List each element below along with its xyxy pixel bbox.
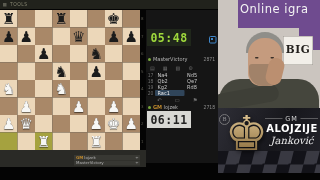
move-row: 20Rac1 — [146, 90, 218, 96]
square-d3[interactable] — [53, 98, 71, 116]
square-c5[interactable] — [35, 63, 53, 81]
black-piece-f5: ♟ — [88, 63, 106, 81]
square-d6[interactable] — [53, 45, 71, 63]
square-f5[interactable]: ♟ — [88, 63, 106, 81]
white-piece-d4: ♞ — [53, 80, 71, 98]
below-board-panel: GMlojzek+MasterVictory+ — [0, 150, 146, 167]
row-action-icon[interactable]: + — [135, 155, 138, 160]
analysis-board-icon[interactable] — [209, 36, 217, 44]
stream-title: Online igra — [240, 2, 320, 15]
square-e8[interactable] — [70, 10, 88, 28]
king-piece-icon: ♚ — [225, 108, 268, 160]
white-piece-h2: ♟ — [123, 115, 141, 133]
poster-text: BIG — [284, 37, 313, 62]
square-g2[interactable]: ♚ — [105, 115, 123, 133]
square-e4[interactable] — [70, 80, 88, 98]
browser-top-bar: TOOLS — [0, 0, 218, 9]
move-controls: ↶▭⚑ — [157, 97, 217, 104]
white-piece-b2: ♛ — [18, 115, 36, 133]
square-a6[interactable] — [0, 45, 18, 63]
white-piece-a2: ♟ — [0, 115, 18, 133]
row-action-icon[interactable]: + — [135, 161, 138, 166]
square-c1[interactable]: ♜ — [35, 133, 53, 151]
square-c2[interactable] — [35, 115, 53, 133]
white-piece-f1: ♜ — [88, 133, 106, 151]
square-e5[interactable] — [70, 63, 88, 81]
panel-tab-icon[interactable]: ▤ — [150, 65, 155, 71]
player-bottom-title: GM — [153, 105, 162, 111]
black-piece-b7: ♟ — [18, 28, 36, 46]
eye — [255, 57, 259, 59]
move-control-icon[interactable]: ⚑ — [193, 97, 198, 104]
square-e6[interactable] — [70, 45, 88, 63]
panel-tab-icon[interactable]: ▧ — [175, 65, 180, 71]
square-d1[interactable] — [53, 133, 71, 151]
top-bar-label: TOOLS — [10, 2, 28, 7]
black-piece-d5: ♞ — [53, 63, 71, 81]
square-c3[interactable] — [35, 98, 53, 116]
black-piece-e7: ♛ — [70, 28, 88, 46]
rule-line — [265, 119, 283, 120]
move-list[interactable]: 17Na4Nd518Qb2Qe719Kg2Rd820Rac1 — [146, 72, 218, 96]
square-g8[interactable]: ♚ — [105, 10, 123, 28]
square-f8[interactable] — [88, 10, 106, 28]
square-g4[interactable] — [105, 80, 123, 98]
square-d4[interactable]: ♞ — [53, 80, 71, 98]
player-list-row[interactable]: MasterVictory+ — [74, 161, 140, 166]
move-black[interactable] — [185, 90, 219, 96]
move-white[interactable]: Rac1 — [155, 90, 185, 96]
square-a1[interactable] — [0, 133, 18, 151]
square-d2[interactable] — [53, 115, 71, 133]
panel-tab-icon[interactable]: ⚙ — [188, 65, 192, 71]
black-piece-a7: ♟ — [0, 28, 18, 46]
clock-black: 05:48 — [147, 29, 191, 46]
square-b3[interactable]: ♟ — [18, 98, 36, 116]
square-b4[interactable] — [18, 80, 36, 98]
square-d8[interactable]: ♜ — [53, 10, 71, 28]
square-c4[interactable] — [35, 80, 53, 98]
big-poster: BIG — [283, 36, 313, 65]
square-e7[interactable]: ♛ — [70, 28, 88, 46]
white-piece-b3: ♟ — [18, 98, 36, 116]
square-a3[interactable] — [0, 98, 18, 116]
square-b1[interactable] — [18, 133, 36, 151]
square-a8[interactable]: ♜ — [0, 10, 18, 28]
square-a2[interactable]: ♟ — [0, 115, 18, 133]
player-row-top[interactable]: MasterVictory 2871 — [148, 56, 216, 63]
player-bottom-rating: 2718 — [204, 104, 215, 111]
square-c7[interactable] — [35, 28, 53, 46]
player-name: lojzek — [84, 155, 96, 160]
square-h6[interactable] — [123, 45, 141, 63]
square-g7[interactable]: ♟ — [105, 28, 123, 46]
player-name: MasterVictory — [76, 161, 104, 166]
square-h7[interactable]: ♟ — [123, 28, 141, 46]
square-f3[interactable] — [88, 98, 106, 116]
board[interactable]: ♜♜♚♟♟♛♟♟♟♞♞♟♞♞♟♟♟♟♛♟♚♟♜♜ — [0, 10, 140, 150]
square-f2[interactable]: ♟ — [88, 115, 106, 133]
player-bottom-name: lojzek — [164, 105, 178, 111]
banner-first-name: ALOJZIJE — [264, 122, 320, 134]
square-h4[interactable] — [123, 80, 141, 98]
move-number: 20 — [146, 90, 155, 96]
square-d7[interactable] — [53, 28, 71, 46]
square-d5[interactable]: ♞ — [53, 63, 71, 81]
white-piece-g2: ♚ — [105, 115, 123, 133]
black-piece-f6: ♞ — [88, 45, 106, 63]
player-list-row[interactable]: GMlojzek+ — [74, 155, 140, 160]
player-list: GMlojzek+MasterVictory+ — [74, 155, 140, 166]
square-e1[interactable] — [70, 133, 88, 151]
square-c8[interactable] — [35, 10, 53, 28]
white-piece-f2: ♟ — [88, 115, 106, 133]
white-piece-e3: ♟ — [70, 98, 88, 116]
white-piece-a4: ♞ — [0, 80, 18, 98]
clock-white: 06:11 — [147, 111, 191, 128]
panel-tab-icons: ▤▦▧⚙ — [150, 65, 214, 71]
black-piece-c6: ♟ — [35, 45, 53, 63]
square-a4[interactable]: ♞ — [0, 80, 18, 98]
player-title: GM — [76, 155, 83, 160]
square-b5[interactable] — [18, 63, 36, 81]
streamer-banner: ♚ B GM ALOJZIJE Janković — [218, 108, 320, 173]
square-b8[interactable] — [18, 10, 36, 28]
banner-last-name: Janković — [264, 134, 320, 146]
player-top-name: MasterVictory — [153, 57, 188, 63]
square-g6[interactable] — [105, 45, 123, 63]
square-b6[interactable] — [18, 45, 36, 63]
black-piece-g7: ♟ — [105, 28, 123, 46]
square-f7[interactable] — [88, 28, 106, 46]
square-g3[interactable]: ♟ — [105, 98, 123, 116]
square-h3[interactable] — [123, 98, 141, 116]
square-h8[interactable] — [123, 10, 141, 28]
square-g5[interactable] — [105, 63, 123, 81]
square-b7[interactable]: ♟ — [18, 28, 36, 46]
black-piece-a8: ♜ — [0, 10, 18, 28]
black-piece-h7: ♟ — [123, 28, 141, 46]
move-control-icon[interactable]: ↶ — [157, 97, 162, 104]
webcam-view: BIG Online igra — [218, 0, 320, 108]
rule-line — [300, 119, 318, 120]
player-row-bottom[interactable]: GMlojzek 2718 — [148, 104, 216, 111]
black-piece-g8: ♚ — [105, 10, 123, 28]
panel-tab-icon[interactable]: ▦ — [163, 65, 168, 71]
square-f6[interactable]: ♞ — [88, 45, 106, 63]
video-frame: TOOLS ♜♜♚♟♟♛♟♟♟♞♞♟♞♞♟♟♟♟♛♟♚♟♜♜ 87654321 … — [0, 0, 320, 180]
player-top-rating: 2871 — [204, 56, 215, 63]
square-e2[interactable] — [70, 115, 88, 133]
square-g1[interactable] — [105, 133, 123, 151]
square-h2[interactable]: ♟ — [123, 115, 141, 133]
game-side-panel: 05:48 MasterVictory 2871 ▤▦▧⚙ 17Na4Nd518… — [146, 10, 218, 163]
square-h5[interactable] — [123, 63, 141, 81]
square-h1[interactable] — [123, 133, 141, 151]
online-dot-icon — [148, 106, 151, 109]
square-c6[interactable]: ♟ — [35, 45, 53, 63]
white-piece-g3: ♟ — [105, 98, 123, 116]
square-a5[interactable] — [0, 63, 18, 81]
black-piece-d8: ♜ — [53, 10, 71, 28]
square-f1[interactable]: ♜ — [88, 133, 106, 151]
square-e3[interactable]: ♟ — [70, 98, 88, 116]
move-control-icon[interactable]: ▭ — [175, 97, 180, 104]
window-icon — [3, 3, 7, 7]
badge-logo: B — [219, 114, 230, 125]
online-dot-icon — [148, 58, 151, 61]
square-f4[interactable] — [88, 80, 106, 98]
square-a7[interactable]: ♟ — [0, 28, 18, 46]
white-piece-c1: ♜ — [35, 133, 53, 151]
square-b2[interactable]: ♛ — [18, 115, 36, 133]
